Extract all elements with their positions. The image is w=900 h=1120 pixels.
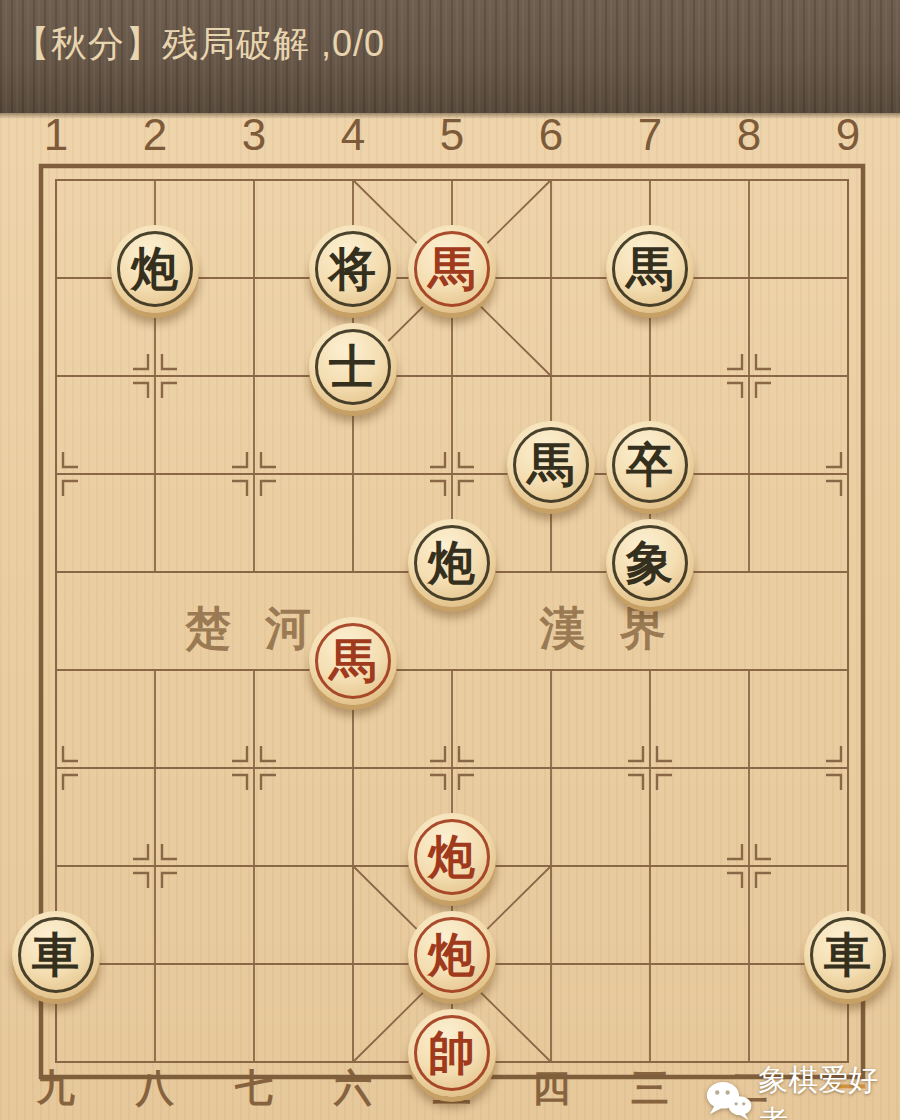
piece-black-horse[interactable]: 馬 (507, 421, 595, 509)
piece-black-cannon[interactable]: 炮 (408, 519, 496, 607)
piece-glyph: 炮 (428, 539, 475, 586)
piece-glyph: 象 (626, 539, 673, 586)
piece-glyph: 帥 (428, 1029, 475, 1076)
piece-black-elephant[interactable]: 象 (606, 519, 694, 607)
piece-red-horse[interactable]: 馬 (309, 617, 397, 705)
piece-glyph: 馬 (626, 245, 673, 292)
piece-black-general[interactable]: 将 (309, 225, 397, 313)
piece-glyph: 車 (824, 931, 871, 978)
piece-red-general[interactable]: 帥 (408, 1009, 496, 1097)
piece-black-cannon[interactable]: 炮 (111, 225, 199, 313)
piece-glyph: 炮 (428, 833, 475, 880)
piece-glyph: 将 (329, 245, 376, 292)
piece-black-chariot[interactable]: 車 (804, 911, 892, 999)
watermark: 象棋爱好者 (704, 1060, 900, 1120)
piece-black-chariot[interactable]: 車 (12, 911, 100, 999)
board[interactable]: 炮将馬馬士馬卒炮象馬炮炮車車帥 (6, 131, 897, 1111)
piece-glyph: 馬 (428, 245, 475, 292)
piece-glyph: 馬 (527, 441, 574, 488)
piece-glyph: 卒 (626, 441, 673, 488)
piece-glyph: 馬 (329, 637, 376, 684)
piece-black-advisor[interactable]: 士 (309, 323, 397, 411)
piece-glyph: 炮 (428, 931, 475, 978)
piece-black-horse[interactable]: 馬 (606, 225, 694, 313)
watermark-text: 象棋爱好者 (758, 1060, 900, 1120)
wechat-icon (704, 1079, 753, 1120)
xiangqi-app: 【秋分】残局破解 ,0/0 123456789 九八七六五四三二一 楚河 漢界 … (0, 0, 900, 1120)
piece-black-pawn[interactable]: 卒 (606, 421, 694, 509)
piece-glyph: 士 (329, 343, 376, 390)
piece-red-horse[interactable]: 馬 (408, 225, 496, 313)
piece-red-cannon[interactable]: 炮 (408, 911, 496, 999)
piece-red-cannon[interactable]: 炮 (408, 813, 496, 901)
piece-glyph: 車 (32, 931, 79, 978)
piece-glyph: 炮 (131, 245, 178, 292)
